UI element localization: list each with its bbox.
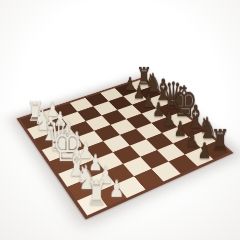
white-rook: ♜ [86, 177, 107, 209]
square-h1: ♜ [77, 192, 107, 215]
black-pawn: ♟ [197, 140, 211, 161]
chessboard: ♜♟♟♜♞♟♟♞♝♟♟♝♛♟♟♛♚♟♟♚♝♟♟♝♞♟♟♞♜♟♟♜ [17, 77, 234, 219]
white-pawn: ♟ [108, 177, 123, 201]
product-photo-scene: ♜♟♟♜♞♟♟♞♝♟♟♝♛♟♟♛♚♟♟♚♝♟♟♝♞♟♟♞♜♟♟♜ [0, 0, 240, 240]
black-rook: ♜ [211, 126, 229, 154]
black-pawn: ♟ [185, 129, 198, 150]
